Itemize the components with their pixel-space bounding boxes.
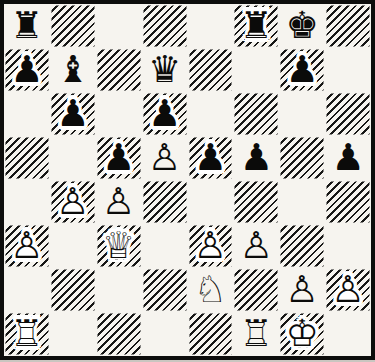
square-a4	[4, 180, 50, 224]
black-queen: ♛	[148, 51, 181, 88]
square-e7	[188, 48, 234, 92]
square-g8: ♚	[279, 4, 325, 48]
square-e5: ♟♟	[188, 136, 234, 180]
square-e6	[188, 92, 234, 136]
square-g2: ♙	[279, 268, 325, 312]
square-b1	[50, 312, 96, 356]
white-rook: ♖	[10, 315, 43, 352]
white-pawn: ♙	[56, 183, 89, 220]
square-g7: ♟♟	[279, 48, 325, 92]
black-pawn: ♟	[102, 139, 135, 176]
square-a6	[4, 92, 50, 136]
square-h7	[325, 48, 371, 92]
square-c8	[96, 4, 142, 48]
white-pawn: ♙	[240, 227, 273, 264]
square-h1	[325, 312, 371, 356]
square-a8: ♜	[4, 4, 50, 48]
square-e1	[188, 312, 234, 356]
black-pawn: ♟	[148, 95, 181, 132]
square-f7	[233, 48, 279, 92]
square-c2	[96, 268, 142, 312]
square-f8: ♜♜	[233, 4, 279, 48]
square-h4	[325, 180, 371, 224]
white-rook: ♖	[240, 315, 273, 352]
white-pawn: ♙	[10, 227, 43, 264]
square-b7: ♝	[50, 48, 96, 92]
square-h3	[325, 224, 371, 268]
square-g6	[279, 92, 325, 136]
white-pawn: ♙	[148, 139, 181, 176]
white-king: ♔	[286, 315, 319, 352]
square-e4	[188, 180, 234, 224]
square-d7: ♛	[142, 48, 188, 92]
square-b4: ♟♙	[50, 180, 96, 224]
square-a5	[4, 136, 50, 180]
square-c3: ♛♕	[96, 224, 142, 268]
square-g1: ♚♔	[279, 312, 325, 356]
square-a2	[4, 268, 50, 312]
square-d8	[142, 4, 188, 48]
square-d6: ♟♟	[142, 92, 188, 136]
square-f4	[233, 180, 279, 224]
white-pawn: ♙	[331, 271, 364, 308]
square-d4	[142, 180, 188, 224]
square-g4	[279, 180, 325, 224]
square-a1: ♜♖	[4, 312, 50, 356]
black-pawn: ♟	[286, 51, 319, 88]
square-e8	[188, 4, 234, 48]
square-e3: ♟♙	[188, 224, 234, 268]
white-queen: ♕	[102, 227, 135, 264]
square-h8	[325, 4, 371, 48]
square-e2: ♘	[188, 268, 234, 312]
white-pawn: ♙	[194, 227, 227, 264]
square-d3	[142, 224, 188, 268]
square-f6	[233, 92, 279, 136]
square-a7: ♟♟	[4, 48, 50, 92]
black-bishop: ♝	[56, 51, 89, 88]
white-knight: ♘	[194, 271, 227, 308]
black-pawn: ♟	[10, 51, 43, 88]
square-d2	[142, 268, 188, 312]
square-b2	[50, 268, 96, 312]
square-c5: ♟♟	[96, 136, 142, 180]
square-b5	[50, 136, 96, 180]
black-rook: ♜	[240, 7, 273, 44]
square-h2: ♟♙	[325, 268, 371, 312]
square-g3	[279, 224, 325, 268]
chess-board: ♜♜♜♚♟♟♝♛♟♟♟♟♟♟♟♟♙♟♟♟♟♟♙♙♟♙♛♕♟♙♙♘♙♟♙♜♖♖♚♔	[0, 0, 375, 360]
square-b6: ♟♟	[50, 92, 96, 136]
square-c7	[96, 48, 142, 92]
square-c4: ♙	[96, 180, 142, 224]
square-h5: ♟	[325, 136, 371, 180]
square-f3: ♙	[233, 224, 279, 268]
white-pawn: ♙	[102, 183, 135, 220]
black-king: ♚	[286, 7, 319, 44]
square-h6	[325, 92, 371, 136]
black-pawn: ♟	[240, 139, 273, 176]
white-pawn: ♙	[286, 271, 319, 308]
square-f5: ♟	[233, 136, 279, 180]
black-rook: ♜	[10, 7, 43, 44]
square-c1	[96, 312, 142, 356]
square-c6	[96, 92, 142, 136]
black-pawn: ♟	[331, 139, 364, 176]
square-a3: ♟♙	[4, 224, 50, 268]
black-pawn: ♟	[194, 139, 227, 176]
square-f1: ♖	[233, 312, 279, 356]
square-d1	[142, 312, 188, 356]
square-d5: ♙	[142, 136, 188, 180]
square-b8	[50, 4, 96, 48]
black-pawn: ♟	[56, 95, 89, 132]
square-g5	[279, 136, 325, 180]
square-b3	[50, 224, 96, 268]
square-f2	[233, 268, 279, 312]
